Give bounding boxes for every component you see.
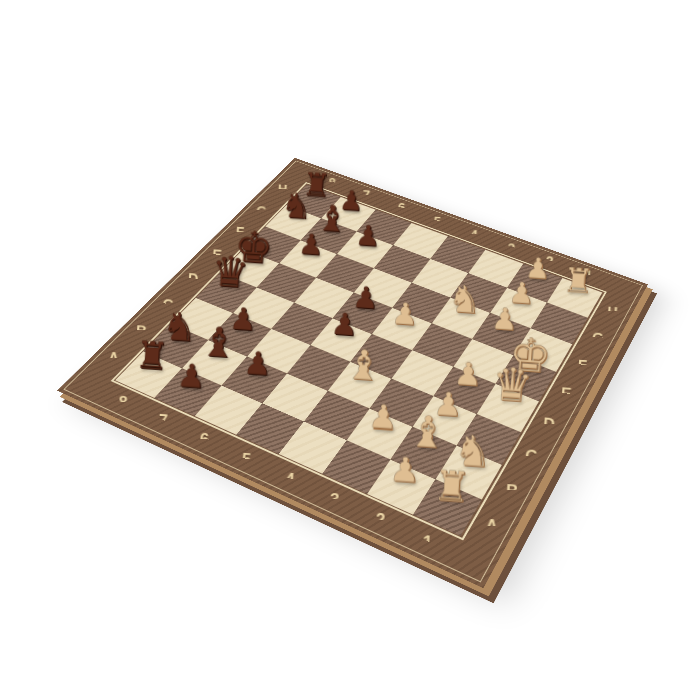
coordinate-label: 6: [397, 200, 405, 216]
white-bishop-c4: ♝: [343, 343, 382, 386]
chessboard: ABCDEFGH8♜♞♛♚♞♜87♟♝♟♟♝♟76♟♟65♟♟54♝♟43♟♞3…: [57, 158, 648, 588]
coordinate-label: 5: [241, 449, 252, 469]
chessboard-photo: ABCDEFGH8♜♞♛♚♞♜87♟♝♟♟♝♟76♟♟65♟♟54♝♟43♟♞3…: [139, 101, 604, 566]
coordinate-label: F: [577, 356, 587, 374]
coordinate-label: 5: [433, 213, 441, 229]
white-pawn-a2: ♟: [388, 452, 421, 488]
coordinate-label: 4: [469, 226, 478, 242]
black-queen-d8: ♛: [209, 250, 249, 294]
black-pawn-f7: ♟: [297, 230, 324, 260]
coordinate-label: 3: [329, 489, 340, 509]
coordinate-label: D: [187, 270, 199, 287]
black-pawn-a7: ♟: [175, 359, 206, 393]
white-pawn-b3: ♟: [366, 400, 398, 435]
coordinate-label: D: [543, 415, 556, 434]
coordinate-label: B: [505, 480, 519, 500]
coordinate-label: 8: [117, 392, 127, 411]
board-scene: ABCDEFGH8♜♞♛♚♞♜87♟♝♟♟♝♟76♟♟65♟♟54♝♟43♟♞3…: [139, 101, 604, 566]
coordinate-label: G: [256, 202, 267, 218]
coordinate-label: 7: [157, 411, 167, 430]
file-label-bottom-g: G: [572, 318, 622, 358]
white-queen-d1: ♛: [489, 361, 533, 409]
coordinate-label: H: [607, 303, 619, 320]
white-pawn-e4: ♟: [390, 298, 419, 330]
coordinate-label: C: [524, 447, 537, 466]
coordinate-label: 6: [198, 429, 209, 448]
coordinate-label: G: [591, 329, 604, 347]
black-pawn-d5: ♟: [329, 309, 358, 341]
coordinate-label: 4: [284, 468, 295, 488]
coordinate-label: 1: [421, 531, 432, 552]
coordinate-label: 2: [374, 509, 385, 529]
white-rook-a1: ♜: [431, 465, 471, 509]
black-knight-g8: ♞: [279, 187, 312, 223]
coordinate-label: E: [560, 385, 572, 403]
white-bishop-b2: ♝: [406, 409, 448, 455]
black-pawn-b6: ♟: [242, 347, 272, 380]
black-pawn-g6: ♟: [354, 221, 381, 250]
white-knight-f3: ♞: [446, 280, 482, 319]
coordinate-label: A: [484, 516, 498, 537]
coordinate-label: 3: [507, 239, 516, 255]
coordinate-label: A: [107, 349, 119, 367]
white-rook-h1: ♜: [561, 263, 594, 299]
black-rook-a8: ♜: [133, 336, 169, 376]
